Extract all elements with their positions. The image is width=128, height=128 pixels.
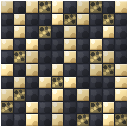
gold-tile-r1c1 <box>1 1 13 13</box>
gold-tile-r9c9 <box>103 102 115 114</box>
black-tile-r10c4 <box>39 114 51 126</box>
black-tile-r6c4 <box>39 64 51 76</box>
gold-tile-r6c3 <box>26 64 38 76</box>
black-tile-r2c8 <box>90 14 102 26</box>
black-tile-r6c2 <box>14 64 26 76</box>
black-tile-r1c6 <box>64 1 76 13</box>
gold-tile-r5c9 <box>103 51 115 63</box>
gold-tile-r6c10 <box>115 64 127 76</box>
black-tile-r3c7 <box>77 26 89 38</box>
black-tile-r10c6 <box>64 114 76 126</box>
textured-gold-tile-r9c1 <box>1 102 13 114</box>
gold-tile-r4c3 <box>26 39 38 51</box>
black-tile-r3c3 <box>26 26 38 38</box>
black-tile-r7c1 <box>1 77 13 89</box>
black-tile-r2c10 <box>115 14 127 26</box>
gold-tile-r8c10 <box>115 89 127 101</box>
black-tile-r8c6 <box>64 89 76 101</box>
textured-gold-tile-r10c10 <box>115 114 127 126</box>
gold-tile-r5c3 <box>26 51 38 63</box>
gold-tile-r8c7 <box>77 89 89 101</box>
black-tile-r10c2 <box>14 114 26 126</box>
gold-tile-r10c9 <box>103 114 115 126</box>
gold-tile-r7c2 <box>14 77 26 89</box>
black-tile-r8c4 <box>39 89 51 101</box>
textured-gold-tile-r1c8 <box>90 1 102 13</box>
textured-gold-tile-r10c7 <box>77 114 89 126</box>
black-tile-r8c9 <box>103 89 115 101</box>
black-tile-r7c3 <box>26 77 38 89</box>
black-tile-r8c3 <box>26 89 38 101</box>
gold-tile-r3c2 <box>14 26 26 38</box>
gold-tile-r4c8 <box>90 39 102 51</box>
gold-tile-r3c9 <box>103 26 115 38</box>
gold-tile-r1c10 <box>115 1 127 13</box>
textured-gold-tile-r3c4 <box>39 26 51 38</box>
gold-tile-r1c5 <box>52 1 64 13</box>
black-tile-r9c7 <box>77 102 89 114</box>
black-tile-r6c6 <box>64 64 76 76</box>
gold-tile-r8c1 <box>1 89 13 101</box>
textured-gold-tile-r1c4 <box>39 1 51 13</box>
black-tile-r4c10 <box>115 39 127 51</box>
black-tile-r4c7 <box>77 39 89 51</box>
textured-gold-tile-r2c9 <box>103 14 115 26</box>
black-tile-r4c5 <box>52 39 64 51</box>
black-tile-r2c4 <box>39 14 51 26</box>
gold-tile-r2c7 <box>77 14 89 26</box>
textured-gold-tile-r5c8 <box>90 51 102 63</box>
black-tile-r4c9 <box>103 39 115 51</box>
black-tile-r5c7 <box>77 51 89 63</box>
black-tile-r7c9 <box>103 77 115 89</box>
black-tile-r6c7 <box>77 64 89 76</box>
black-tile-r2c3 <box>26 14 38 26</box>
textured-gold-tile-r7c5 <box>52 77 64 89</box>
gold-tile-r9c5 <box>52 102 64 114</box>
photo-background <box>0 0 128 128</box>
gold-tile-r4c1 <box>1 39 13 51</box>
black-tile-r10c1 <box>1 114 13 126</box>
gold-tile-r6c1 <box>1 64 13 76</box>
gold-tile-r3c6 <box>64 26 76 38</box>
textured-gold-tile-r5c2 <box>14 51 26 63</box>
textured-gold-tile-r9c8 <box>90 102 102 114</box>
black-tile-r7c8 <box>90 77 102 89</box>
gold-tile-r6c8 <box>90 64 102 76</box>
gold-tile-r5c6 <box>64 51 76 63</box>
textured-gold-tile-r6c9 <box>103 64 115 76</box>
mosaic-board <box>1 1 127 126</box>
gold-tile-r4c6 <box>64 39 76 51</box>
black-tile-r1c2 <box>14 1 26 13</box>
black-tile-r9c4 <box>39 102 51 114</box>
black-tile-r1c9 <box>103 1 115 13</box>
gold-tile-r2c5 <box>52 14 64 26</box>
black-tile-r8c8 <box>90 89 102 101</box>
textured-gold-tile-r8c2 <box>14 89 26 101</box>
gold-tile-r8c5 <box>52 89 64 101</box>
gold-tile-r7c10 <box>115 77 127 89</box>
black-tile-r5c4 <box>39 51 51 63</box>
black-tile-r3c1 <box>1 26 13 38</box>
gold-tile-r7c6 <box>64 77 76 89</box>
black-tile-r4c4 <box>39 39 51 51</box>
black-tile-r9c6 <box>64 102 76 114</box>
black-tile-r9c10 <box>115 102 127 114</box>
gold-tile-r10c5 <box>52 114 64 126</box>
black-tile-r5c5 <box>52 51 64 63</box>
black-tile-r3c10 <box>115 26 127 38</box>
black-tile-r3c5 <box>52 26 64 38</box>
black-tile-r4c2 <box>14 39 26 51</box>
gold-tile-r10c3 <box>26 114 38 126</box>
gold-tile-r6c5 <box>52 64 64 76</box>
gold-tile-r9c3 <box>26 102 38 114</box>
gold-tile-r7c4 <box>39 77 51 89</box>
black-tile-r7c7 <box>77 77 89 89</box>
gold-tile-r1c7 <box>77 1 89 13</box>
black-tile-r3c8 <box>90 26 102 38</box>
black-tile-r5c10 <box>115 51 127 63</box>
black-tile-r5c1 <box>1 51 13 63</box>
textured-gold-tile-r2c6 <box>64 14 76 26</box>
black-tile-r2c1 <box>1 14 13 26</box>
gold-tile-r1c3 <box>26 1 38 13</box>
gold-tile-r2c2 <box>14 14 26 26</box>
black-tile-r9c2 <box>14 102 26 114</box>
black-tile-r10c8 <box>90 114 102 126</box>
